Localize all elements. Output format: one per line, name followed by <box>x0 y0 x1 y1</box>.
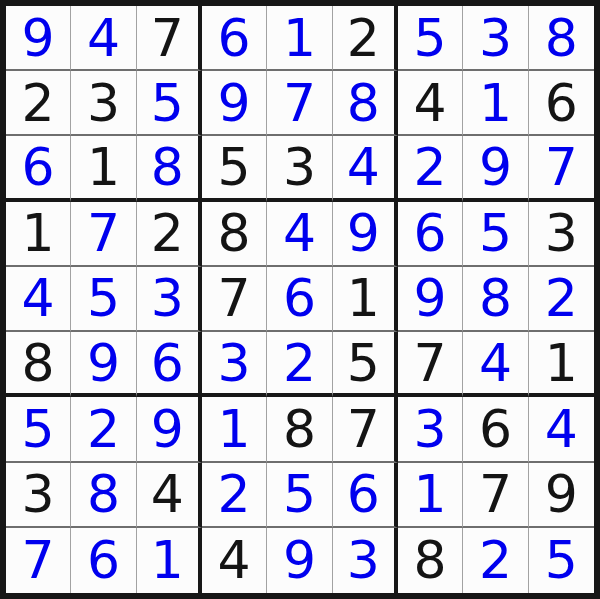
cell-r3c2[interactable]: 1 <box>71 136 136 201</box>
cell-r7c2[interactable]: 2 <box>71 397 136 462</box>
cell-r3c5[interactable]: 3 <box>267 136 332 201</box>
cell-r6c7[interactable]: 7 <box>398 332 463 397</box>
cell-r6c8[interactable]: 4 <box>463 332 528 397</box>
cell-r3c3[interactable]: 8 <box>137 136 202 201</box>
cell-r9c5[interactable]: 9 <box>267 528 332 593</box>
cell-r1c7[interactable]: 5 <box>398 6 463 71</box>
cell-r2c1[interactable]: 2 <box>6 71 71 136</box>
cell-r9c4[interactable]: 4 <box>202 528 267 593</box>
cell-r9c7[interactable]: 8 <box>398 528 463 593</box>
cell-r3c9[interactable]: 7 <box>529 136 594 201</box>
cell-r2c2[interactable]: 3 <box>71 71 136 136</box>
cell-r7c6[interactable]: 7 <box>333 397 398 462</box>
cell-r9c3[interactable]: 1 <box>137 528 202 593</box>
cell-r8c9[interactable]: 9 <box>529 463 594 528</box>
cell-r8c4[interactable]: 2 <box>202 463 267 528</box>
cell-r5c9[interactable]: 2 <box>529 267 594 332</box>
cell-r1c3[interactable]: 7 <box>137 6 202 71</box>
cell-r7c9[interactable]: 4 <box>529 397 594 462</box>
cell-r8c8[interactable]: 7 <box>463 463 528 528</box>
cell-r4c9[interactable]: 3 <box>529 202 594 267</box>
cell-r9c6[interactable]: 3 <box>333 528 398 593</box>
cell-r7c7[interactable]: 3 <box>398 397 463 462</box>
cell-r7c8[interactable]: 6 <box>463 397 528 462</box>
cell-r2c8[interactable]: 1 <box>463 71 528 136</box>
cell-r6c1[interactable]: 8 <box>6 332 71 397</box>
cell-r1c9[interactable]: 8 <box>529 6 594 71</box>
cell-r6c3[interactable]: 6 <box>137 332 202 397</box>
cell-r2c9[interactable]: 6 <box>529 71 594 136</box>
cell-r2c6[interactable]: 8 <box>333 71 398 136</box>
cell-r7c1[interactable]: 5 <box>6 397 71 462</box>
cell-r1c2[interactable]: 4 <box>71 6 136 71</box>
cell-r9c2[interactable]: 6 <box>71 528 136 593</box>
cell-r6c5[interactable]: 2 <box>267 332 332 397</box>
cell-r9c1[interactable]: 7 <box>6 528 71 593</box>
cell-r6c6[interactable]: 5 <box>333 332 398 397</box>
cell-r2c4[interactable]: 9 <box>202 71 267 136</box>
cell-r1c6[interactable]: 2 <box>333 6 398 71</box>
cell-r5c5[interactable]: 6 <box>267 267 332 332</box>
cell-r8c2[interactable]: 8 <box>71 463 136 528</box>
cell-r9c8[interactable]: 2 <box>463 528 528 593</box>
cell-r3c4[interactable]: 5 <box>202 136 267 201</box>
cell-r4c5[interactable]: 4 <box>267 202 332 267</box>
cell-r4c2[interactable]: 7 <box>71 202 136 267</box>
cell-r9c9[interactable]: 5 <box>529 528 594 593</box>
cell-r3c1[interactable]: 6 <box>6 136 71 201</box>
cell-r5c2[interactable]: 5 <box>71 267 136 332</box>
cell-r3c6[interactable]: 4 <box>333 136 398 201</box>
cell-r1c5[interactable]: 1 <box>267 6 332 71</box>
cell-r4c7[interactable]: 6 <box>398 202 463 267</box>
cell-r4c6[interactable]: 9 <box>333 202 398 267</box>
cell-r8c3[interactable]: 4 <box>137 463 202 528</box>
cell-r1c8[interactable]: 3 <box>463 6 528 71</box>
cell-r6c9[interactable]: 1 <box>529 332 594 397</box>
cell-r8c5[interactable]: 5 <box>267 463 332 528</box>
cell-r5c6[interactable]: 1 <box>333 267 398 332</box>
cell-r8c1[interactable]: 3 <box>6 463 71 528</box>
cell-r2c3[interactable]: 5 <box>137 71 202 136</box>
cell-r5c1[interactable]: 4 <box>6 267 71 332</box>
cell-r4c1[interactable]: 1 <box>6 202 71 267</box>
cell-r1c1[interactable]: 9 <box>6 6 71 71</box>
cell-r3c8[interactable]: 9 <box>463 136 528 201</box>
cell-r1c4[interactable]: 6 <box>202 6 267 71</box>
cell-r2c7[interactable]: 4 <box>398 71 463 136</box>
cell-r4c3[interactable]: 2 <box>137 202 202 267</box>
cell-r5c8[interactable]: 8 <box>463 267 528 332</box>
cell-r7c5[interactable]: 8 <box>267 397 332 462</box>
cell-r4c4[interactable]: 8 <box>202 202 267 267</box>
cell-r5c7[interactable]: 9 <box>398 267 463 332</box>
cell-r5c4[interactable]: 7 <box>202 267 267 332</box>
cell-r5c3[interactable]: 3 <box>137 267 202 332</box>
sudoku-board: 9476125382359784166185342971728496534537… <box>0 0 600 599</box>
cell-r2c5[interactable]: 7 <box>267 71 332 136</box>
cell-r4c8[interactable]: 5 <box>463 202 528 267</box>
cell-r7c3[interactable]: 9 <box>137 397 202 462</box>
cell-r8c7[interactable]: 1 <box>398 463 463 528</box>
cell-r3c7[interactable]: 2 <box>398 136 463 201</box>
cell-r8c6[interactable]: 6 <box>333 463 398 528</box>
cell-r6c2[interactable]: 9 <box>71 332 136 397</box>
cell-r6c4[interactable]: 3 <box>202 332 267 397</box>
cell-r7c4[interactable]: 1 <box>202 397 267 462</box>
